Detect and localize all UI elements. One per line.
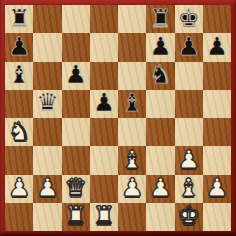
- square-f7[interactable]: ♟: [146, 33, 174, 61]
- piece-black-pawn[interactable]: ♟: [64, 62, 86, 87]
- square-f6[interactable]: ♞: [146, 62, 174, 90]
- square-a3[interactable]: [5, 146, 33, 174]
- square-d4[interactable]: [90, 118, 118, 146]
- square-h8[interactable]: [203, 5, 231, 33]
- piece-black-pawn[interactable]: ♟: [206, 34, 228, 59]
- square-a5[interactable]: [5, 90, 33, 118]
- piece-white-pawn[interactable]: ♟: [177, 147, 199, 172]
- square-f1[interactable]: [146, 203, 174, 231]
- piece-black-pawn[interactable]: ♟: [93, 90, 115, 115]
- square-b6[interactable]: [33, 62, 61, 90]
- piece-white-knight[interactable]: ♞: [8, 119, 30, 144]
- piece-white-pawn[interactable]: ♟: [36, 175, 58, 200]
- square-h3[interactable]: [203, 146, 231, 174]
- square-h4[interactable]: [203, 118, 231, 146]
- square-a1[interactable]: [5, 203, 33, 231]
- piece-white-king[interactable]: ♚: [177, 203, 199, 228]
- piece-black-king[interactable]: ♚: [177, 6, 199, 31]
- square-b4[interactable]: [33, 118, 61, 146]
- piece-white-pawn[interactable]: ♟: [8, 175, 30, 200]
- square-b2[interactable]: ♟: [33, 175, 61, 203]
- square-b3[interactable]: [33, 146, 61, 174]
- piece-white-pawn[interactable]: ♟: [206, 175, 228, 200]
- square-c5[interactable]: [62, 90, 90, 118]
- square-c8[interactable]: [62, 5, 90, 33]
- square-e2[interactable]: ♟: [118, 175, 146, 203]
- square-a2[interactable]: ♟: [5, 175, 33, 203]
- square-b8[interactable]: [33, 5, 61, 33]
- square-a4[interactable]: ♞: [5, 118, 33, 146]
- piece-white-rook[interactable]: ♜: [93, 203, 115, 228]
- square-g4[interactable]: [175, 118, 203, 146]
- square-a6[interactable]: ♝: [5, 62, 33, 90]
- square-d3[interactable]: [90, 146, 118, 174]
- square-b1[interactable]: [33, 203, 61, 231]
- chess-board: ♜♜♚♟♟♟♟♝♟♞♛♟♝♞♝♟♟♟♛♟♟♝♟♜♜♚: [5, 5, 231, 231]
- square-f5[interactable]: [146, 90, 174, 118]
- square-g8[interactable]: ♚: [175, 5, 203, 33]
- piece-black-queen[interactable]: ♛: [36, 90, 58, 115]
- piece-black-knight[interactable]: ♞: [149, 62, 171, 87]
- piece-black-rook[interactable]: ♜: [8, 6, 30, 31]
- square-d8[interactable]: [90, 5, 118, 33]
- piece-white-rook[interactable]: ♜: [64, 203, 86, 228]
- square-g6[interactable]: [175, 62, 203, 90]
- square-h5[interactable]: [203, 90, 231, 118]
- piece-black-rook[interactable]: ♜: [149, 6, 171, 31]
- board-frame: ♜♜♚♟♟♟♟♝♟♞♛♟♝♞♝♟♟♟♛♟♟♝♟♜♜♚: [0, 0, 236, 236]
- piece-black-pawn[interactable]: ♟: [149, 34, 171, 59]
- square-e4[interactable]: [118, 118, 146, 146]
- square-d2[interactable]: [90, 175, 118, 203]
- square-h6[interactable]: [203, 62, 231, 90]
- square-a8[interactable]: ♜: [5, 5, 33, 33]
- square-d5[interactable]: ♟: [90, 90, 118, 118]
- square-d6[interactable]: [90, 62, 118, 90]
- square-e1[interactable]: [118, 203, 146, 231]
- square-c7[interactable]: [62, 33, 90, 61]
- square-b7[interactable]: [33, 33, 61, 61]
- square-f3[interactable]: [146, 146, 174, 174]
- square-e7[interactable]: [118, 33, 146, 61]
- square-d7[interactable]: [90, 33, 118, 61]
- square-f8[interactable]: ♜: [146, 5, 174, 33]
- piece-black-bishop[interactable]: ♝: [121, 90, 143, 115]
- piece-white-pawn[interactable]: ♟: [149, 175, 171, 200]
- piece-black-pawn[interactable]: ♟: [177, 34, 199, 59]
- square-c6[interactable]: ♟: [62, 62, 90, 90]
- square-g5[interactable]: [175, 90, 203, 118]
- square-e3[interactable]: ♝: [118, 146, 146, 174]
- square-c2[interactable]: ♛: [62, 175, 90, 203]
- square-g7[interactable]: ♟: [175, 33, 203, 61]
- piece-black-pawn[interactable]: ♟: [8, 34, 30, 59]
- piece-white-pawn[interactable]: ♟: [121, 175, 143, 200]
- square-e5[interactable]: ♝: [118, 90, 146, 118]
- piece-black-bishop[interactable]: ♝: [8, 62, 30, 87]
- square-h1[interactable]: [203, 203, 231, 231]
- square-e6[interactable]: [118, 62, 146, 90]
- square-c4[interactable]: [62, 118, 90, 146]
- square-e8[interactable]: [118, 5, 146, 33]
- square-c3[interactable]: [62, 146, 90, 174]
- square-g1[interactable]: ♚: [175, 203, 203, 231]
- piece-white-bishop[interactable]: ♝: [121, 147, 143, 172]
- piece-white-queen[interactable]: ♛: [64, 175, 86, 200]
- square-f4[interactable]: [146, 118, 174, 146]
- square-f2[interactable]: ♟: [146, 175, 174, 203]
- square-g3[interactable]: ♟: [175, 146, 203, 174]
- square-c1[interactable]: ♜: [62, 203, 90, 231]
- piece-white-bishop[interactable]: ♝: [177, 175, 199, 200]
- square-a7[interactable]: ♟: [5, 33, 33, 61]
- chess-app: ♜♜♚♟♟♟♟♝♟♞♛♟♝♞♝♟♟♟♛♟♟♝♟♜♜♚: [0, 0, 236, 236]
- square-d1[interactable]: ♜: [90, 203, 118, 231]
- square-g2[interactable]: ♝: [175, 175, 203, 203]
- square-h7[interactable]: ♟: [203, 33, 231, 61]
- square-h2[interactable]: ♟: [203, 175, 231, 203]
- square-b5[interactable]: ♛: [33, 90, 61, 118]
